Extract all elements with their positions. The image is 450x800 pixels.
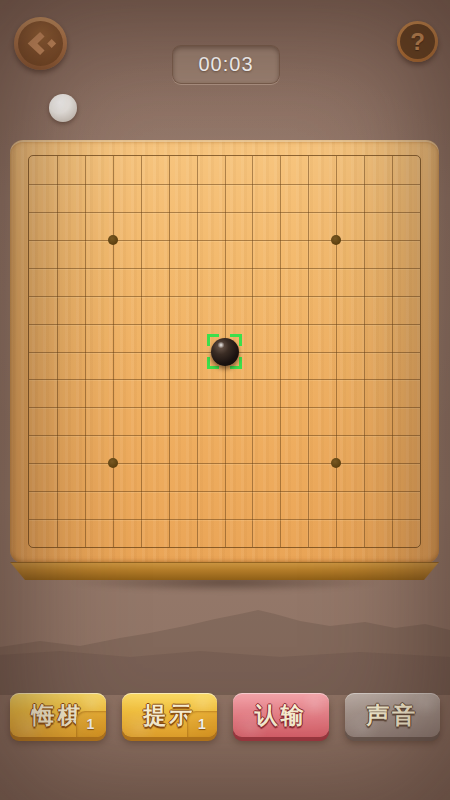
hint-count-badge: 1 [187,711,217,737]
hint-count-value: 1 [198,716,206,732]
grid-line-vertical [280,156,281,547]
grid-line-horizontal [29,463,420,464]
game-board [10,140,439,563]
grid-line-horizontal [29,435,420,436]
back-button-face [18,21,63,66]
action-bar: 悔棋 1 提示 1 认输 声音 [0,693,450,743]
back-icon [25,30,57,57]
gomoku-game-screen: 00:03 ? 悔棋 1 提示 1 认输 声音 [0,0,450,800]
undo-button[interactable]: 悔棋 1 [10,693,106,737]
undo-count-badge: 1 [76,711,106,737]
mountain-silhouette [0,585,450,695]
grid-line-horizontal [29,519,420,520]
star-point [108,458,118,468]
grid-line-horizontal [29,379,420,380]
grid-line-vertical [336,156,337,547]
undo-count-value: 1 [87,716,95,732]
board-grid[interactable] [28,155,421,548]
black-stone [211,338,239,366]
grid-line-vertical [252,156,253,547]
star-point [108,235,118,245]
grid-line-vertical [364,156,365,547]
star-point [331,235,341,245]
back-button[interactable] [14,17,67,70]
star-point [331,458,341,468]
question-mark-icon: ? [410,30,425,54]
hint-button[interactable]: 提示 1 [122,693,218,737]
sound-button[interactable]: 声音 [345,693,441,737]
grid-line-horizontal [29,407,420,408]
grid-line-vertical [308,156,309,547]
help-button-face: ? [400,24,435,59]
resign-button[interactable]: 认输 [233,693,329,737]
board-bevel-edge [10,562,439,580]
sound-button-label: 声音 [366,704,418,727]
timer-panel: 00:03 [172,45,280,84]
resign-button-label: 认输 [255,704,307,727]
help-button[interactable]: ? [397,21,438,62]
grid-line-vertical [392,156,393,547]
timer-value: 00:03 [198,53,253,76]
grid-line-horizontal [29,491,420,492]
white-turn-indicator-stone [49,94,77,122]
